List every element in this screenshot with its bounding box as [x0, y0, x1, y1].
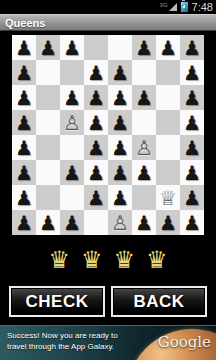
board-square[interactable]	[108, 35, 132, 60]
queen-tray: ♛♛♛♛	[0, 247, 216, 273]
board-square[interactable]: ♟	[132, 85, 156, 110]
google-logo: Google	[158, 333, 211, 351]
black-pawn: ♟	[135, 38, 153, 58]
black-pawn: ♟	[15, 113, 33, 133]
title-bar: Queens	[0, 14, 216, 31]
board-square[interactable]: ♟	[12, 210, 36, 235]
board-square[interactable]: ♟	[180, 185, 204, 210]
board-square[interactable]: ♟	[180, 35, 204, 60]
black-pawn: ♟	[183, 88, 201, 108]
board-square[interactable]: ♟	[180, 210, 204, 235]
black-pawn: ♟	[15, 163, 33, 183]
black-pawn: ♟	[183, 38, 201, 58]
black-pawn: ♟	[15, 213, 33, 233]
black-pawn: ♟	[183, 138, 201, 158]
white-pawn: ♙	[63, 113, 81, 133]
board-square[interactable]: ♟	[108, 185, 132, 210]
black-pawn: ♟	[183, 213, 201, 233]
board-square[interactable]: ♟	[180, 110, 204, 135]
check-button[interactable]: CHECK	[9, 286, 105, 317]
board-square[interactable]	[156, 160, 180, 185]
board-square[interactable]: ♟	[12, 110, 36, 135]
board-square[interactable]: ♟	[84, 160, 108, 185]
signal-strength-icon	[169, 3, 177, 11]
board-square[interactable]	[36, 60, 60, 85]
button-row: CHECK BACK	[0, 286, 216, 317]
board-square[interactable]	[36, 85, 60, 110]
board-square[interactable]: ♟	[180, 85, 204, 110]
black-pawn: ♟	[87, 113, 105, 133]
black-pawn: ♟	[111, 163, 129, 183]
app-title: Queens	[5, 17, 45, 29]
board-square[interactable]	[36, 135, 60, 160]
black-pawn: ♟	[183, 163, 201, 183]
board-square[interactable]	[156, 135, 180, 160]
black-pawn: ♟	[135, 88, 153, 108]
black-pawn: ♟	[87, 88, 105, 108]
board-square[interactable]	[132, 60, 156, 85]
black-pawn: ♟	[111, 113, 129, 133]
tray-queen[interactable]: ♛	[48, 247, 70, 273]
board-square[interactable]: ♟	[12, 85, 36, 110]
board-square[interactable]	[156, 85, 180, 110]
white-pawn: ♙	[135, 138, 153, 158]
tray-queen[interactable]: ♛	[146, 247, 168, 273]
board-square[interactable]: ♟	[84, 110, 108, 135]
ad-line1: Success! Now you are ready to	[7, 331, 118, 342]
board-square[interactable]: ♟	[180, 160, 204, 185]
board-square[interactable]	[36, 185, 60, 210]
black-pawn: ♟	[15, 188, 33, 208]
board-square[interactable]: ♟	[108, 110, 132, 135]
board-square[interactable]: ♟	[84, 135, 108, 160]
black-pawn: ♟	[183, 188, 201, 208]
black-pawn: ♟	[39, 38, 57, 58]
board-square[interactable]: ♟	[108, 160, 132, 185]
board-square[interactable]	[156, 110, 180, 135]
board-square[interactable]	[132, 185, 156, 210]
board-square[interactable]: ♙	[60, 110, 84, 135]
black-pawn: ♟	[183, 63, 201, 83]
status-bar: 3G 7:48	[0, 0, 216, 14]
board-square[interactable]: ♟	[132, 210, 156, 235]
ad-text: Success! Now you are ready to travel thr…	[7, 331, 118, 352]
tray-queen[interactable]: ♛	[114, 247, 136, 273]
board-square[interactable]: ♟	[156, 210, 180, 235]
board: ♟♟♟♟♟♟♟♟♟♟♟♟♟♟♟♟♟♙♟♟♟♟♟♟♙♟♟♟♟♟♟♟♟♟♟♕♟♟♟♟…	[12, 35, 204, 235]
white-queen: ♕	[159, 188, 177, 208]
board-square[interactable]: ♟	[12, 35, 36, 60]
battery-charging-icon	[180, 1, 189, 13]
board-square[interactable]	[36, 110, 60, 135]
black-pawn: ♟	[63, 38, 81, 58]
ad-banner[interactable]: Success! Now you are ready to travel thr…	[0, 325, 216, 360]
board-square[interactable]: ♟	[132, 160, 156, 185]
black-pawn: ♟	[87, 188, 105, 208]
board-square[interactable]: ♙	[108, 210, 132, 235]
black-pawn: ♟	[111, 188, 129, 208]
back-button[interactable]: BACK	[111, 286, 207, 317]
board-square[interactable]: ♟	[84, 60, 108, 85]
app-screen: 3G 7:48 Queens ♟♟♟♟♟♟♟♟♟♟♟♟♟♟♟♟♟♙♟♟♟♟♟♟♙…	[0, 0, 216, 360]
status-time: 7:48	[192, 1, 213, 13]
black-pawn: ♟	[111, 138, 129, 158]
board-square[interactable]	[60, 185, 84, 210]
black-pawn: ♟	[111, 63, 129, 83]
board-square[interactable]: ♟	[12, 60, 36, 85]
board-square[interactable]	[36, 160, 60, 185]
network-label: 3G	[160, 2, 168, 8]
board-square[interactable]: ♟	[12, 135, 36, 160]
board-square[interactable]: ♟	[12, 185, 36, 210]
board-square[interactable]: ♟	[60, 85, 84, 110]
black-pawn: ♟	[39, 213, 57, 233]
black-pawn: ♟	[159, 38, 177, 58]
black-pawn: ♟	[63, 88, 81, 108]
black-pawn: ♟	[111, 88, 129, 108]
black-pawn: ♟	[183, 113, 201, 133]
black-pawn: ♟	[63, 213, 81, 233]
board-square[interactable]: ♟	[84, 85, 108, 110]
black-pawn: ♟	[15, 138, 33, 158]
black-pawn: ♟	[135, 213, 153, 233]
board-square[interactable]: ♟	[60, 160, 84, 185]
board-square[interactable]: ♟	[108, 85, 132, 110]
board-square[interactable]	[156, 60, 180, 85]
white-pawn: ♙	[111, 213, 129, 233]
black-pawn: ♟	[159, 213, 177, 233]
board-square[interactable]: ♟	[60, 210, 84, 235]
black-pawn: ♟	[135, 163, 153, 183]
board-square[interactable]: ♙	[132, 135, 156, 160]
black-pawn: ♟	[15, 38, 33, 58]
board-square[interactable]: ♟	[36, 210, 60, 235]
black-pawn: ♟	[63, 163, 81, 183]
black-pawn: ♟	[87, 163, 105, 183]
board-square[interactable]: ♟	[180, 60, 204, 85]
board-square[interactable]: ♟	[12, 160, 36, 185]
board-square[interactable]: ♟	[180, 135, 204, 160]
black-pawn: ♟	[15, 63, 33, 83]
board-square[interactable]	[60, 60, 84, 85]
board-square[interactable]	[84, 210, 108, 235]
black-pawn: ♟	[87, 63, 105, 83]
black-pawn: ♟	[87, 138, 105, 158]
board-square[interactable]: ♟	[156, 35, 180, 60]
board-square[interactable]	[60, 135, 84, 160]
tray-queen[interactable]: ♛	[81, 247, 103, 273]
board-square[interactable]	[132, 110, 156, 135]
board-square[interactable]: ♟	[84, 185, 108, 210]
board-square[interactable]	[84, 35, 108, 60]
ad-line2: travel through the App Galaxy.	[7, 342, 118, 353]
board-square[interactable]: ♟	[36, 35, 60, 60]
board-square[interactable]: ♟	[132, 35, 156, 60]
board-square[interactable]: ♟	[108, 135, 132, 160]
board-square[interactable]: ♕	[156, 185, 180, 210]
board-square[interactable]: ♟	[108, 60, 132, 85]
board-square[interactable]: ♟	[60, 35, 84, 60]
black-pawn: ♟	[15, 88, 33, 108]
